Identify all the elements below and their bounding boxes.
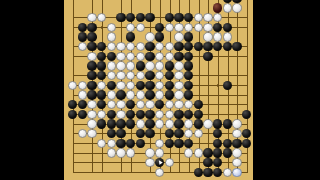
white-stone[interactable]: [78, 81, 87, 90]
black-stone[interactable]: [107, 119, 116, 128]
black-stone[interactable]: [87, 81, 96, 90]
black-stone[interactable]: [126, 119, 135, 128]
white-stone[interactable]: [194, 148, 203, 157]
white-stone[interactable]: [116, 81, 125, 90]
white-stone[interactable]: [174, 71, 183, 80]
white-stone[interactable]: [87, 129, 96, 138]
white-stone[interactable]: [87, 119, 96, 128]
white-stone[interactable]: [145, 100, 154, 109]
cursor-icon: [157, 159, 163, 165]
black-stone[interactable]: [174, 110, 183, 119]
black-stone[interactable]: [194, 168, 203, 177]
white-stone[interactable]: [107, 23, 116, 32]
white-stone[interactable]: [223, 32, 232, 41]
black-stone[interactable]: [174, 52, 183, 61]
white-stone[interactable]: [155, 90, 164, 99]
black-stone[interactable]: [174, 42, 183, 51]
black-stone[interactable]: [174, 139, 183, 148]
black-stone[interactable]: [87, 61, 96, 70]
white-stone[interactable]: [184, 148, 193, 157]
black-stone[interactable]: [194, 119, 203, 128]
black-stone[interactable]: [184, 61, 193, 70]
black-stone[interactable]: [203, 42, 212, 51]
white-stone[interactable]: [87, 100, 96, 109]
black-stone[interactable]: [203, 52, 212, 61]
white-stone[interactable]: [116, 52, 125, 61]
white-stone[interactable]: [116, 71, 125, 80]
white-stone[interactable]: [145, 32, 154, 41]
white-stone[interactable]: [155, 148, 164, 157]
black-stone[interactable]: [184, 90, 193, 99]
black-stone[interactable]: [223, 81, 232, 90]
white-stone[interactable]: [87, 52, 96, 61]
white-stone[interactable]: [174, 100, 183, 109]
black-stone[interactable]: [107, 81, 116, 90]
black-stone[interactable]: [223, 23, 232, 32]
black-stone[interactable]: [97, 90, 106, 99]
black-stone[interactable]: [232, 42, 241, 51]
white-stone[interactable]: [232, 148, 241, 157]
black-stone[interactable]: [165, 81, 174, 90]
white-stone[interactable]: [116, 100, 125, 109]
black-stone[interactable]: [87, 42, 96, 51]
white-stone[interactable]: [87, 13, 96, 22]
white-stone[interactable]: [232, 119, 241, 128]
white-stone[interactable]: [126, 90, 135, 99]
black-stone[interactable]: [242, 110, 251, 119]
white-stone[interactable]: [107, 139, 116, 148]
white-stone[interactable]: [223, 3, 232, 12]
star-point: [101, 26, 103, 28]
white-stone[interactable]: [155, 61, 164, 70]
black-stone[interactable]: [87, 23, 96, 32]
black-stone[interactable]: [116, 139, 125, 148]
black-stone[interactable]: [136, 110, 145, 119]
black-stone[interactable]: [155, 32, 164, 41]
black-stone[interactable]: [87, 71, 96, 80]
white-stone[interactable]: [203, 13, 212, 22]
white-stone[interactable]: [213, 32, 222, 41]
go-board[interactable]: [64, 0, 253, 180]
white-stone[interactable]: [165, 52, 174, 61]
black-stone[interactable]: [213, 119, 222, 128]
black-stone[interactable]: [165, 61, 174, 70]
black-stone[interactable]: [223, 119, 232, 128]
white-stone[interactable]: [136, 119, 145, 128]
white-stone[interactable]: [194, 23, 203, 32]
white-stone[interactable]: [116, 42, 125, 51]
black-stone[interactable]: [145, 71, 154, 80]
black-stone[interactable]: [223, 148, 232, 157]
black-stone[interactable]: [213, 168, 222, 177]
white-stone[interactable]: [78, 90, 87, 99]
white-stone[interactable]: [232, 158, 241, 167]
white-stone[interactable]: [174, 90, 183, 99]
black-stone[interactable]: [145, 42, 154, 51]
black-stone[interactable]: [87, 90, 96, 99]
white-stone[interactable]: [165, 23, 174, 32]
white-stone[interactable]: [107, 32, 116, 41]
white-stone[interactable]: [136, 90, 145, 99]
black-stone[interactable]: [107, 110, 116, 119]
white-stone[interactable]: [184, 119, 193, 128]
black-stone[interactable]: [203, 168, 212, 177]
white-stone[interactable]: [155, 168, 164, 177]
go-app-window: [0, 0, 320, 180]
white-stone[interactable]: [107, 90, 116, 99]
white-stone[interactable]: [232, 129, 241, 138]
black-stone[interactable]: [232, 139, 241, 148]
white-stone[interactable]: [174, 81, 183, 90]
black-stone[interactable]: [78, 110, 87, 119]
white-stone[interactable]: [223, 168, 232, 177]
white-stone[interactable]: [136, 52, 145, 61]
white-stone[interactable]: [126, 148, 135, 157]
black-stone[interactable]: [136, 139, 145, 148]
black-stone[interactable]: [145, 129, 154, 138]
white-stone[interactable]: [116, 110, 125, 119]
black-stone[interactable]: [242, 129, 251, 138]
black-stone[interactable]: [213, 3, 222, 12]
black-stone[interactable]: [145, 90, 154, 99]
white-stone[interactable]: [203, 23, 212, 32]
white-stone[interactable]: [145, 158, 154, 167]
white-stone[interactable]: [126, 61, 135, 70]
white-stone[interactable]: [174, 32, 183, 41]
white-stone[interactable]: [107, 148, 116, 157]
right-black-bar: [253, 0, 320, 180]
star-point: [217, 84, 219, 86]
white-stone[interactable]: [155, 119, 164, 128]
black-stone[interactable]: [136, 81, 145, 90]
white-stone[interactable]: [145, 148, 154, 157]
black-stone[interactable]: [78, 23, 87, 32]
black-stone[interactable]: [165, 90, 174, 99]
black-stone[interactable]: [174, 13, 183, 22]
white-stone[interactable]: [174, 23, 183, 32]
left-black-bar: [0, 0, 64, 180]
white-stone[interactable]: [87, 110, 96, 119]
black-stone[interactable]: [174, 119, 183, 128]
black-stone[interactable]: [145, 119, 154, 128]
black-stone[interactable]: [116, 129, 125, 138]
black-stone[interactable]: [174, 129, 183, 138]
black-stone[interactable]: [97, 61, 106, 70]
black-stone[interactable]: [194, 110, 203, 119]
white-stone[interactable]: [232, 3, 241, 12]
black-stone[interactable]: [116, 90, 125, 99]
black-stone[interactable]: [126, 32, 135, 41]
black-stone[interactable]: [145, 110, 154, 119]
black-stone[interactable]: [116, 13, 125, 22]
white-stone[interactable]: [174, 61, 183, 70]
white-stone[interactable]: [145, 61, 154, 70]
black-stone[interactable]: [136, 61, 145, 70]
black-stone[interactable]: [165, 139, 174, 148]
white-stone[interactable]: [232, 168, 241, 177]
black-stone[interactable]: [213, 148, 222, 157]
black-stone[interactable]: [145, 52, 154, 61]
black-stone[interactable]: [242, 139, 251, 148]
white-stone[interactable]: [203, 32, 212, 41]
black-stone[interactable]: [87, 32, 96, 41]
white-stone[interactable]: [116, 148, 125, 157]
white-stone[interactable]: [165, 110, 174, 119]
black-stone[interactable]: [223, 139, 232, 148]
white-stone[interactable]: [107, 61, 116, 70]
black-stone[interactable]: [184, 32, 193, 41]
white-stone[interactable]: [165, 119, 174, 128]
black-stone[interactable]: [145, 81, 154, 90]
black-stone[interactable]: [203, 148, 212, 157]
white-stone[interactable]: [203, 119, 212, 128]
black-stone[interactable]: [78, 32, 87, 41]
black-stone[interactable]: [203, 158, 212, 167]
white-stone[interactable]: [116, 61, 125, 70]
black-stone[interactable]: [107, 52, 116, 61]
white-stone[interactable]: [136, 23, 145, 32]
black-stone[interactable]: [97, 119, 106, 128]
black-stone[interactable]: [145, 13, 154, 22]
black-stone[interactable]: [116, 119, 125, 128]
